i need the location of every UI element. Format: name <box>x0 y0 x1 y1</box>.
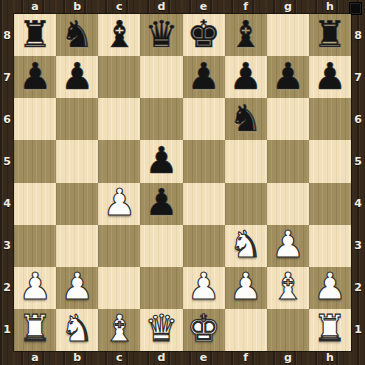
square-h5[interactable] <box>309 140 351 182</box>
square-b2[interactable]: ♟ <box>56 267 98 309</box>
rank-label-4: 4 <box>351 183 365 225</box>
square-f6[interactable]: ♞ <box>225 98 267 140</box>
square-h2[interactable]: ♟ <box>309 267 351 309</box>
square-a7[interactable]: ♟ <box>14 56 56 98</box>
rank-label-1: 1 <box>351 309 365 351</box>
white-pawn-icon[interactable]: ♟ <box>103 184 136 221</box>
square-g6[interactable] <box>267 98 309 140</box>
white-pawn-icon[interactable]: ♟ <box>18 268 51 305</box>
square-a6[interactable] <box>14 98 56 140</box>
chess-board-frame: abcdefgh abcdefgh 87654321 87654321 ♜♞♝♛… <box>0 0 365 365</box>
rank-label-4: 4 <box>0 183 14 225</box>
black-rook-icon[interactable]: ♜ <box>18 16 51 53</box>
square-d4[interactable]: ♟ <box>140 183 182 225</box>
rank-labels-left: 87654321 <box>0 14 14 351</box>
square-f3[interactable]: ♞ <box>225 225 267 267</box>
square-f4[interactable] <box>225 183 267 225</box>
rank-label-7: 7 <box>0 56 14 98</box>
black-bishop-icon[interactable]: ♝ <box>229 16 262 53</box>
rank-labels-right: 87654321 <box>351 14 365 351</box>
white-bishop-icon[interactable]: ♝ <box>271 268 304 305</box>
white-king-icon[interactable]: ♚ <box>187 310 220 347</box>
square-f1[interactable] <box>225 309 267 351</box>
file-label-h: h <box>309 0 351 14</box>
square-c8[interactable]: ♝ <box>98 14 140 56</box>
square-d1[interactable]: ♛ <box>140 309 182 351</box>
file-label-e: e <box>183 351 225 365</box>
file-label-g: g <box>267 0 309 14</box>
rank-label-7: 7 <box>351 56 365 98</box>
white-rook-icon[interactable]: ♜ <box>18 310 51 347</box>
black-pawn-icon[interactable]: ♟ <box>145 184 178 221</box>
square-g4[interactable] <box>267 183 309 225</box>
white-queen-icon[interactable]: ♛ <box>145 310 178 347</box>
square-f7[interactable]: ♟ <box>225 56 267 98</box>
white-bishop-icon[interactable]: ♝ <box>103 310 136 347</box>
black-pawn-icon[interactable]: ♟ <box>313 58 346 95</box>
square-e2[interactable]: ♟ <box>183 267 225 309</box>
rank-label-2: 2 <box>351 267 365 309</box>
square-b7[interactable]: ♟ <box>56 56 98 98</box>
board: ♜♞♝♛♚♝♜♟♟♟♟♟♟♞♟♟♟♞♟♟♟♟♟♝♟♜♞♝♛♚♜ <box>14 14 351 351</box>
square-g2[interactable]: ♝ <box>267 267 309 309</box>
square-a8[interactable]: ♜ <box>14 14 56 56</box>
square-d2[interactable] <box>140 267 182 309</box>
black-pawn-icon[interactable]: ♟ <box>61 58 94 95</box>
white-pawn-icon[interactable]: ♟ <box>313 268 346 305</box>
file-label-c: c <box>98 351 140 365</box>
square-b6[interactable] <box>56 98 98 140</box>
square-h7[interactable]: ♟ <box>309 56 351 98</box>
file-labels-top: abcdefgh <box>14 0 351 14</box>
rank-label-3: 3 <box>351 225 365 267</box>
black-pawn-icon[interactable]: ♟ <box>271 58 304 95</box>
file-label-g: g <box>267 351 309 365</box>
black-pawn-icon[interactable]: ♟ <box>145 142 178 179</box>
rank-label-8: 8 <box>351 14 365 56</box>
white-pawn-icon[interactable]: ♟ <box>229 268 262 305</box>
square-d7[interactable] <box>140 56 182 98</box>
square-g8[interactable] <box>267 14 309 56</box>
rank-label-1: 1 <box>0 309 14 351</box>
square-h3[interactable] <box>309 225 351 267</box>
square-a5[interactable] <box>14 140 56 182</box>
file-label-c: c <box>98 0 140 14</box>
rank-label-2: 2 <box>0 267 14 309</box>
file-label-b: b <box>56 0 98 14</box>
white-pawn-icon[interactable]: ♟ <box>271 226 304 263</box>
black-pawn-icon[interactable]: ♟ <box>18 58 51 95</box>
rank-label-3: 3 <box>0 225 14 267</box>
square-c1[interactable]: ♝ <box>98 309 140 351</box>
square-h1[interactable]: ♜ <box>309 309 351 351</box>
square-g5[interactable] <box>267 140 309 182</box>
black-bishop-icon[interactable]: ♝ <box>103 16 136 53</box>
rank-label-5: 5 <box>351 140 365 182</box>
file-label-e: e <box>183 0 225 14</box>
file-label-d: d <box>140 351 182 365</box>
black-knight-icon[interactable]: ♞ <box>61 16 94 53</box>
square-c6[interactable] <box>98 98 140 140</box>
file-label-a: a <box>14 351 56 365</box>
square-b5[interactable] <box>56 140 98 182</box>
square-h4[interactable] <box>309 183 351 225</box>
white-rook-icon[interactable]: ♜ <box>313 310 346 347</box>
square-a4[interactable] <box>14 183 56 225</box>
black-knight-icon[interactable]: ♞ <box>229 100 262 137</box>
square-e5[interactable] <box>183 140 225 182</box>
square-c7[interactable] <box>98 56 140 98</box>
white-knight-icon[interactable]: ♞ <box>61 310 94 347</box>
square-b8[interactable]: ♞ <box>56 14 98 56</box>
rank-label-6: 6 <box>351 98 365 140</box>
file-label-a: a <box>14 0 56 14</box>
square-e8[interactable]: ♚ <box>183 14 225 56</box>
square-e3[interactable] <box>183 225 225 267</box>
square-e6[interactable] <box>183 98 225 140</box>
file-label-f: f <box>225 351 267 365</box>
square-a3[interactable] <box>14 225 56 267</box>
square-f8[interactable]: ♝ <box>225 14 267 56</box>
file-label-b: b <box>56 351 98 365</box>
square-b1[interactable]: ♞ <box>56 309 98 351</box>
square-b3[interactable] <box>56 225 98 267</box>
square-a2[interactable]: ♟ <box>14 267 56 309</box>
black-king-icon[interactable]: ♚ <box>187 16 220 53</box>
square-g1[interactable] <box>267 309 309 351</box>
square-f2[interactable]: ♟ <box>225 267 267 309</box>
black-pawn-icon[interactable]: ♟ <box>229 58 262 95</box>
file-label-h: h <box>309 351 351 365</box>
black-pawn-icon[interactable]: ♟ <box>187 58 220 95</box>
square-c2[interactable] <box>98 267 140 309</box>
square-d5[interactable]: ♟ <box>140 140 182 182</box>
square-c4[interactable]: ♟ <box>98 183 140 225</box>
square-e7[interactable]: ♟ <box>183 56 225 98</box>
square-b4[interactable] <box>56 183 98 225</box>
white-pawn-icon[interactable]: ♟ <box>187 268 220 305</box>
square-h6[interactable] <box>309 98 351 140</box>
square-a1[interactable]: ♜ <box>14 309 56 351</box>
square-g3[interactable]: ♟ <box>267 225 309 267</box>
square-d3[interactable] <box>140 225 182 267</box>
square-d6[interactable] <box>140 98 182 140</box>
square-d8[interactable]: ♛ <box>140 14 182 56</box>
white-pawn-icon[interactable]: ♟ <box>61 268 94 305</box>
square-g7[interactable]: ♟ <box>267 56 309 98</box>
black-queen-icon[interactable]: ♛ <box>145 16 178 53</box>
rank-label-8: 8 <box>0 14 14 56</box>
square-e1[interactable]: ♚ <box>183 309 225 351</box>
rank-label-6: 6 <box>0 98 14 140</box>
black-rook-icon[interactable]: ♜ <box>313 16 346 53</box>
file-label-f: f <box>225 0 267 14</box>
square-c5[interactable] <box>98 140 140 182</box>
square-f5[interactable] <box>225 140 267 182</box>
white-knight-icon[interactable]: ♞ <box>229 226 262 263</box>
square-e4[interactable] <box>183 183 225 225</box>
square-c3[interactable] <box>98 225 140 267</box>
rank-label-5: 5 <box>0 140 14 182</box>
file-labels-bottom: abcdefgh <box>14 351 351 365</box>
square-h8[interactable]: ♜ <box>309 14 351 56</box>
file-label-d: d <box>140 0 182 14</box>
